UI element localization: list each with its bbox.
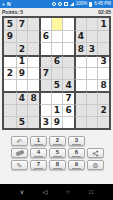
pencil-icon: ✎ xyxy=(17,162,23,169)
cell-r8c4[interactable]: 9 xyxy=(51,116,63,128)
cell-r5c5[interactable]: 4 xyxy=(62,79,74,91)
cell-r7c3[interactable] xyxy=(39,104,51,116)
cell-r7c4[interactable]: 1 xyxy=(51,104,63,116)
cell-r8c6[interactable] xyxy=(74,116,86,128)
gear-button[interactable]: ⚙ xyxy=(87,160,104,170)
screenshot-icon xyxy=(64,2,68,6)
eraser-button[interactable] xyxy=(11,148,28,158)
cell-r8c7[interactable] xyxy=(86,116,98,128)
cell-r6c4[interactable] xyxy=(51,91,63,103)
cell-r7c0[interactable] xyxy=(4,104,16,116)
recents-icon[interactable]: □ xyxy=(88,189,95,195)
cell-r1c8[interactable] xyxy=(97,30,109,42)
nfc-icon: N xyxy=(7,2,11,7)
cell-r5c6[interactable] xyxy=(74,79,86,91)
cell-r2c0[interactable] xyxy=(4,42,16,54)
cell-r4c8[interactable] xyxy=(97,67,109,79)
sudoku-grid: 571964283163297548487162539 xyxy=(2,16,111,130)
digit-button-2[interactable]: 2 xyxy=(49,136,66,146)
cell-r4c5[interactable] xyxy=(62,67,74,79)
cell-r7c8[interactable]: 2 xyxy=(97,104,109,116)
cell-r5c7[interactable] xyxy=(86,79,98,91)
digit-label: 7 xyxy=(37,161,40,167)
cell-r7c2[interactable] xyxy=(27,104,39,116)
cell-r0c7[interactable] xyxy=(86,18,98,30)
cell-r0c4[interactable] xyxy=(51,18,63,30)
pencil-button[interactable]: ✎ xyxy=(11,160,28,170)
digit-button-4[interactable]: 4 xyxy=(30,148,47,158)
cell-r8c0[interactable] xyxy=(4,116,16,128)
cell-r4c3[interactable]: 7 xyxy=(39,67,51,79)
timer: 02:05 xyxy=(98,9,111,15)
cell-r1c5[interactable] xyxy=(62,30,74,42)
plus-icon: + xyxy=(2,2,5,7)
digit-label: 5 xyxy=(56,149,59,155)
digit-label: 8 xyxy=(56,161,59,167)
digit-count-underline xyxy=(34,168,43,169)
cell-r4c4[interactable] xyxy=(51,67,63,79)
cell-r5c8[interactable]: 8 xyxy=(97,79,109,91)
cell-r7c5[interactable]: 6 xyxy=(62,104,74,116)
cell-r3c1[interactable]: 1 xyxy=(16,55,28,67)
status-right-icons: 100% 6:45 PM xyxy=(52,2,111,7)
digit-label: 1 xyxy=(37,137,40,143)
cell-r3c2[interactable] xyxy=(27,55,39,67)
cell-r8c5[interactable] xyxy=(62,116,74,128)
digit-count-underline xyxy=(72,144,81,145)
hide-nav-icon[interactable]: ∨ xyxy=(19,189,26,195)
share-icon xyxy=(92,150,99,157)
cell-r0c2[interactable] xyxy=(27,18,39,30)
digit-button-3[interactable]: 3 xyxy=(68,136,85,146)
cell-r5c0[interactable] xyxy=(4,79,16,91)
cell-r0c1[interactable]: 7 xyxy=(16,18,28,30)
cell-r1c7[interactable] xyxy=(86,30,98,42)
digit-count-underline xyxy=(34,144,43,145)
share-button[interactable] xyxy=(87,148,104,158)
clock-icon xyxy=(52,2,56,6)
cell-r2c4[interactable] xyxy=(51,42,63,54)
battery-percent: 100% xyxy=(76,2,88,7)
cell-r3c0[interactable] xyxy=(4,55,16,67)
cell-r8c2[interactable] xyxy=(27,116,39,128)
keypad: ↶123456✎789⚙ xyxy=(11,136,104,170)
cell-r1c6[interactable]: 4 xyxy=(74,30,86,42)
status-time: 6:45 PM xyxy=(94,2,111,7)
cell-r0c5[interactable] xyxy=(62,18,74,30)
cell-r5c2[interactable] xyxy=(27,79,39,91)
undo-button[interactable]: ↶ xyxy=(11,136,28,146)
cell-r1c1[interactable] xyxy=(16,30,28,42)
cell-r6c7[interactable] xyxy=(86,91,98,103)
digit-label: 3 xyxy=(75,137,78,143)
back-icon[interactable]: ◁ xyxy=(42,189,49,195)
eraser-icon xyxy=(15,150,24,156)
cell-r6c5[interactable]: 7 xyxy=(62,91,74,103)
cell-r0c3[interactable] xyxy=(39,18,51,30)
cell-r2c7[interactable]: 3 xyxy=(86,42,98,54)
location-icon xyxy=(58,2,62,6)
cell-r2c8[interactable] xyxy=(97,42,109,54)
cell-r4c1[interactable]: 9 xyxy=(16,67,28,79)
empty-slot xyxy=(87,136,104,146)
cell-r5c1[interactable] xyxy=(16,79,28,91)
cell-r6c2[interactable]: 8 xyxy=(27,91,39,103)
cell-r1c2[interactable] xyxy=(27,30,39,42)
cell-r6c0[interactable] xyxy=(4,91,16,103)
digit-button-6[interactable]: 6 xyxy=(68,148,85,158)
cell-r6c3[interactable] xyxy=(39,91,51,103)
status-bar: +N 100% 6:45 PM xyxy=(0,0,113,8)
digit-count-underline xyxy=(34,156,43,157)
gear-icon: ⚙ xyxy=(92,162,98,169)
cell-r4c7[interactable] xyxy=(86,67,98,79)
status-left-icons: +N xyxy=(2,2,11,7)
cell-r0c6[interactable] xyxy=(74,18,86,30)
cell-r7c1[interactable] xyxy=(16,104,28,116)
cell-r3c7[interactable] xyxy=(86,55,98,67)
cell-r8c8[interactable] xyxy=(97,116,109,128)
digit-count-underline xyxy=(53,168,62,169)
cell-r1c4[interactable] xyxy=(51,30,63,42)
cell-r2c1[interactable]: 2 xyxy=(16,42,28,54)
cell-r6c8[interactable] xyxy=(97,91,109,103)
cell-r3c4[interactable]: 6 xyxy=(51,55,63,67)
digit-label: 9 xyxy=(75,161,78,167)
digit-button-5[interactable]: 5 xyxy=(49,148,66,158)
undo-icon: ↶ xyxy=(17,138,23,145)
digit-count-underline xyxy=(53,156,62,157)
cell-r3c5[interactable] xyxy=(62,55,74,67)
cell-r0c0[interactable]: 5 xyxy=(4,18,16,30)
score-bar: Points: 5 02:05 xyxy=(0,8,113,16)
cell-r7c7[interactable] xyxy=(86,104,98,116)
digit-button-1[interactable]: 1 xyxy=(30,136,47,146)
digit-button-9[interactable]: 9 xyxy=(68,160,85,170)
digit-button-7[interactable]: 7 xyxy=(30,160,47,170)
cell-r8c1[interactable]: 5 xyxy=(16,116,28,128)
android-nav-bar: ∨◁○□ xyxy=(0,184,113,200)
digit-count-underline xyxy=(53,144,62,145)
home-icon[interactable]: ○ xyxy=(65,189,72,195)
cell-r4c6[interactable] xyxy=(74,67,86,79)
cell-r5c4[interactable]: 5 xyxy=(51,79,63,91)
cell-r2c5[interactable] xyxy=(62,42,74,54)
cell-r6c6[interactable] xyxy=(74,91,86,103)
cell-r1c3[interactable]: 6 xyxy=(39,30,51,42)
cell-r4c0[interactable]: 2 xyxy=(4,67,16,79)
cell-r4c2[interactable] xyxy=(27,67,39,79)
cell-r6c1[interactable]: 4 xyxy=(16,91,28,103)
digit-button-8[interactable]: 8 xyxy=(49,160,66,170)
cell-r3c6[interactable] xyxy=(74,55,86,67)
digit-label: 4 xyxy=(37,149,40,155)
cell-r2c6[interactable]: 8 xyxy=(74,42,86,54)
cell-r3c8[interactable]: 3 xyxy=(97,55,109,67)
digit-count-underline xyxy=(72,168,81,169)
signal-icon xyxy=(70,2,74,6)
cell-r1c0[interactable]: 9 xyxy=(4,30,16,42)
battery-icon xyxy=(89,2,92,7)
cell-r2c2[interactable] xyxy=(27,42,39,54)
cell-r5c3[interactable] xyxy=(39,79,51,91)
cell-r2c3[interactable] xyxy=(39,42,51,54)
digit-count-underline xyxy=(72,156,81,157)
cell-r7c6[interactable] xyxy=(74,104,86,116)
points-label: Points: 5 xyxy=(2,9,23,15)
digit-label: 6 xyxy=(75,149,78,155)
cell-r8c3[interactable]: 3 xyxy=(39,116,51,128)
cell-r3c3[interactable] xyxy=(39,55,51,67)
cell-r0c8[interactable]: 1 xyxy=(97,18,109,30)
digit-label: 2 xyxy=(56,137,59,143)
